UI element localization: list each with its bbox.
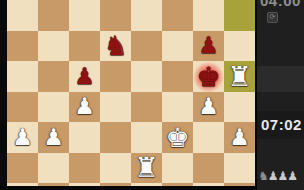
square-h3[interactable] bbox=[224, 153, 255, 184]
square-c7[interactable] bbox=[69, 31, 100, 62]
square-e7[interactable] bbox=[131, 31, 162, 62]
square-g3[interactable] bbox=[193, 153, 224, 184]
red-pawn[interactable]: ♟ bbox=[198, 34, 219, 57]
square-d6[interactable] bbox=[100, 61, 131, 92]
square-a5[interactable] bbox=[7, 92, 38, 123]
square-f8[interactable] bbox=[162, 0, 193, 31]
square-f6[interactable] bbox=[162, 61, 193, 92]
white-pawn[interactable]: ♟ bbox=[12, 126, 33, 149]
white-pawn[interactable]: ♟ bbox=[43, 126, 64, 149]
side-panel: 04:00 ⟳ 07:02 ♞♟♟♟ bbox=[255, 0, 304, 190]
white-rook[interactable]: ♜ bbox=[134, 154, 158, 181]
refresh-icon[interactable]: ⟳ bbox=[267, 12, 278, 23]
left-black-edge bbox=[0, 0, 7, 190]
square-h6[interactable]: ♜ bbox=[224, 61, 255, 92]
square-b6[interactable] bbox=[38, 61, 69, 92]
square-b5[interactable] bbox=[38, 92, 69, 123]
white-rook[interactable]: ♜ bbox=[227, 63, 251, 90]
square-a6[interactable] bbox=[7, 61, 38, 92]
square-b3[interactable] bbox=[38, 153, 69, 184]
square-d7[interactable]: ♞ bbox=[100, 31, 131, 62]
square-c4[interactable] bbox=[69, 122, 100, 153]
square-c3[interactable] bbox=[69, 153, 100, 184]
square-b8[interactable] bbox=[38, 0, 69, 31]
square-h4[interactable]: ♟ bbox=[224, 122, 255, 153]
square-a8[interactable] bbox=[7, 0, 38, 31]
opponent-clock: 04:00 bbox=[260, 0, 301, 9]
square-d3[interactable] bbox=[100, 153, 131, 184]
square-a4[interactable]: ♟ bbox=[7, 122, 38, 153]
square-a7[interactable] bbox=[7, 31, 38, 62]
square-e3[interactable]: ♜ bbox=[131, 153, 162, 184]
square-d5[interactable] bbox=[100, 92, 131, 123]
square-a3[interactable] bbox=[7, 153, 38, 184]
player-clock: 07:02 bbox=[261, 116, 302, 133]
captured-pawn-icons: ♟♟♟ bbox=[268, 169, 297, 183]
square-b7[interactable] bbox=[38, 31, 69, 62]
white-pawn[interactable]: ♟ bbox=[198, 95, 219, 118]
square-f5[interactable] bbox=[162, 92, 193, 123]
red-king[interactable]: ♚ bbox=[196, 63, 220, 90]
square-d8[interactable] bbox=[100, 0, 131, 31]
red-pawn[interactable]: ♟ bbox=[74, 65, 95, 88]
video-frame: ♞♟♟♚♜♟♟♟♟♚♟♜ 04:00 ⟳ 07:02 ♞♟♟♟ bbox=[0, 0, 304, 190]
square-c8[interactable] bbox=[69, 0, 100, 31]
square-g7[interactable]: ♟ bbox=[193, 31, 224, 62]
captured-knight-icon: ♞ bbox=[258, 169, 268, 183]
square-d4[interactable] bbox=[100, 122, 131, 153]
square-h5[interactable] bbox=[224, 92, 255, 123]
square-g8[interactable] bbox=[193, 0, 224, 31]
square-g5[interactable]: ♟ bbox=[193, 92, 224, 123]
square-e8[interactable] bbox=[131, 0, 162, 31]
square-e6[interactable] bbox=[131, 61, 162, 92]
square-h7[interactable] bbox=[224, 31, 255, 62]
square-g4[interactable] bbox=[193, 122, 224, 153]
panel-section-band bbox=[257, 66, 304, 92]
captured-pieces: ♞♟♟♟ bbox=[258, 169, 297, 183]
square-f3[interactable] bbox=[162, 153, 193, 184]
white-pawn[interactable]: ♟ bbox=[74, 95, 95, 118]
white-king[interactable]: ♚ bbox=[165, 124, 189, 151]
square-c5[interactable]: ♟ bbox=[69, 92, 100, 123]
square-f4[interactable]: ♚ bbox=[162, 122, 193, 153]
square-b4[interactable]: ♟ bbox=[38, 122, 69, 153]
red-knight[interactable]: ♞ bbox=[103, 32, 127, 59]
chess-board[interactable]: ♞♟♟♚♜♟♟♟♟♚♟♜ bbox=[7, 0, 255, 190]
square-f7[interactable] bbox=[162, 31, 193, 62]
square-c6[interactable]: ♟ bbox=[69, 61, 100, 92]
square-g6[interactable]: ♚ bbox=[193, 61, 224, 92]
square-e5[interactable] bbox=[131, 92, 162, 123]
square-h8[interactable] bbox=[224, 0, 255, 31]
square-e4[interactable] bbox=[131, 122, 162, 153]
white-pawn[interactable]: ♟ bbox=[229, 126, 250, 149]
